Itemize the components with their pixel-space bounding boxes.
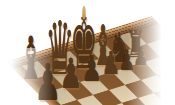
piece-pawn-c7: ♟ xyxy=(34,64,61,102)
piece-pawn-e7: ♟ xyxy=(82,55,102,82)
piece-pawn-h7: ♟ xyxy=(133,47,148,66)
king-finial xyxy=(82,6,85,20)
piece-pawn-d7: ♟ xyxy=(59,59,82,90)
pieces-layer: ♝♛♚♝♞♜♟♟♟♟♟♟ xyxy=(0,0,175,105)
chess-set-photo: ♝♛♚♝♞♜♟♟♟♟♟♟ xyxy=(0,0,175,105)
